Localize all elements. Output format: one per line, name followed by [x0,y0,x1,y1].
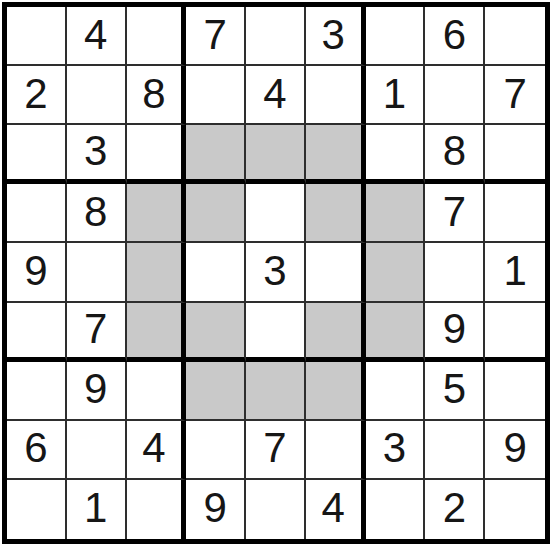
sudoku-board: 47362841738879317995647391942 [2,2,550,544]
cell-r2c9[interactable]: 7 [485,66,545,125]
cell-r9c9[interactable] [485,480,545,539]
given-digit: 8 [84,191,107,235]
cell-r6c3[interactable] [127,303,187,362]
cell-r9c2[interactable]: 1 [67,480,127,539]
cell-r7c7[interactable] [366,362,426,421]
cell-r5c6[interactable] [306,243,366,302]
cell-r4c6[interactable] [306,184,366,243]
cell-r3c5[interactable] [246,125,306,184]
cell-r7c9[interactable] [485,362,545,421]
cell-r1c8[interactable]: 6 [425,7,485,66]
cell-r3c4[interactable] [186,125,246,184]
cell-r8c6[interactable] [306,421,366,480]
cell-r7c5[interactable] [246,362,306,421]
cell-r6c7[interactable] [366,303,426,362]
cell-r6c8[interactable]: 9 [425,303,485,362]
cell-r5c3[interactable] [127,243,187,302]
cell-r9c6[interactable]: 4 [306,480,366,539]
cell-r6c1[interactable] [7,303,67,362]
cell-r6c6[interactable] [306,303,366,362]
given-digit: 8 [142,73,165,117]
cell-r9c8[interactable]: 2 [425,480,485,539]
given-digit: 3 [263,250,286,294]
given-digit: 9 [204,487,227,531]
given-digit: 2 [443,487,466,531]
cell-r8c5[interactable]: 7 [246,421,306,480]
cell-r6c4[interactable] [186,303,246,362]
cell-r4c1[interactable] [7,184,67,243]
cell-r2c6[interactable] [306,66,366,125]
cell-r3c8[interactable]: 8 [425,125,485,184]
cell-r1c9[interactable] [485,7,545,66]
cell-r7c1[interactable] [7,362,67,421]
given-digit: 7 [84,308,107,352]
cell-r9c7[interactable] [366,480,426,539]
given-digit: 1 [383,73,406,117]
cell-r1c2[interactable]: 4 [67,7,127,66]
cell-r7c4[interactable] [186,362,246,421]
cell-r3c9[interactable] [485,125,545,184]
given-digit: 3 [383,427,406,471]
cell-r2c1[interactable]: 2 [7,66,67,125]
given-digit: 3 [322,14,345,58]
given-digit: 8 [443,130,466,174]
cell-r3c2[interactable]: 3 [67,125,127,184]
cell-r5c5[interactable]: 3 [246,243,306,302]
given-digit: 7 [503,73,526,117]
cell-r2c2[interactable] [67,66,127,125]
cell-r8c8[interactable] [425,421,485,480]
cell-r9c3[interactable] [127,480,187,539]
cell-r8c9[interactable]: 9 [485,421,545,480]
cell-r2c5[interactable]: 4 [246,66,306,125]
cell-r5c9[interactable]: 1 [485,243,545,302]
given-digit: 5 [443,368,466,412]
cell-r1c6[interactable]: 3 [306,7,366,66]
cell-r5c1[interactable]: 9 [7,243,67,302]
given-digit: 7 [263,427,286,471]
cell-r8c2[interactable] [67,421,127,480]
cell-r3c1[interactable] [7,125,67,184]
given-digit: 2 [24,73,47,117]
given-digit: 9 [503,427,526,471]
given-digit: 9 [443,308,466,352]
cell-r1c5[interactable] [246,7,306,66]
given-digit: 7 [443,191,466,235]
cell-r4c3[interactable] [127,184,187,243]
cell-r4c7[interactable] [366,184,426,243]
cell-r6c2[interactable]: 7 [67,303,127,362]
sudoku-page: 47362841738879317995647391942 [0,0,552,546]
cell-r2c7[interactable]: 1 [366,66,426,125]
given-digit: 4 [263,73,286,117]
cell-r6c5[interactable] [246,303,306,362]
given-digit: 6 [24,427,47,471]
cell-r2c3[interactable]: 8 [127,66,187,125]
given-digit: 4 [142,427,165,471]
cell-r4c4[interactable] [186,184,246,243]
cell-r5c8[interactable] [425,243,485,302]
cell-r3c7[interactable] [366,125,426,184]
given-digit: 9 [84,368,107,412]
given-digit: 3 [84,130,107,174]
cell-r1c3[interactable] [127,7,187,66]
cell-r8c7[interactable]: 3 [366,421,426,480]
cell-r5c2[interactable] [67,243,127,302]
cell-r4c2[interactable]: 8 [67,184,127,243]
cell-r4c9[interactable] [485,184,545,243]
given-digit: 6 [443,14,466,58]
cell-r7c2[interactable]: 9 [67,362,127,421]
cell-r3c6[interactable] [306,125,366,184]
cell-r3c3[interactable] [127,125,187,184]
cell-r8c3[interactable]: 4 [127,421,187,480]
given-digit: 4 [322,487,345,531]
given-digit: 1 [503,250,526,294]
cell-r7c8[interactable]: 5 [425,362,485,421]
cell-r2c8[interactable] [425,66,485,125]
cell-r7c6[interactable] [306,362,366,421]
given-digit: 4 [84,14,107,58]
cell-r9c5[interactable] [246,480,306,539]
cell-r4c8[interactable]: 7 [425,184,485,243]
cell-r1c4[interactable]: 7 [186,7,246,66]
cell-r1c7[interactable] [366,7,426,66]
cell-r5c4[interactable] [186,243,246,302]
given-digit: 1 [84,487,107,531]
cell-r2c4[interactable] [186,66,246,125]
cell-r5c7[interactable] [366,243,426,302]
cell-r7c3[interactable] [127,362,187,421]
cell-r8c4[interactable] [186,421,246,480]
cell-r9c4[interactable]: 9 [186,480,246,539]
cell-r1c1[interactable] [7,7,67,66]
cell-r9c1[interactable] [7,480,67,539]
given-digit: 9 [24,250,47,294]
cell-r8c1[interactable]: 6 [7,421,67,480]
cell-r4c5[interactable] [246,184,306,243]
given-digit: 7 [204,14,227,58]
cell-r6c9[interactable] [485,303,545,362]
